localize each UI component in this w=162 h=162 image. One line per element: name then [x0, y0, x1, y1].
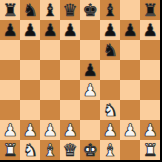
piece-white-pawn[interactable]: ♟ [82, 80, 97, 100]
piece-white-queen[interactable]: ♛ [62, 140, 77, 160]
square-c1[interactable]: ♝ [40, 140, 60, 160]
square-a3[interactable] [0, 100, 20, 120]
square-b3[interactable] [20, 100, 40, 120]
square-g4[interactable] [120, 80, 140, 100]
piece-white-bishop[interactable]: ♝ [102, 140, 117, 160]
square-a5[interactable] [0, 60, 20, 80]
square-b1[interactable]: ♞ [20, 140, 40, 160]
square-g7[interactable]: ♟ [120, 20, 140, 40]
square-b8[interactable]: ♞ [20, 0, 40, 20]
square-d8[interactable]: ♛ [60, 0, 80, 20]
square-b6[interactable] [20, 40, 40, 60]
square-b5[interactable] [20, 60, 40, 80]
piece-black-king[interactable]: ♚ [82, 0, 97, 20]
piece-black-pawn[interactable]: ♟ [102, 20, 117, 40]
piece-black-queen[interactable]: ♛ [62, 0, 77, 20]
piece-white-rook[interactable]: ♜ [142, 140, 157, 160]
piece-white-pawn[interactable]: ♟ [142, 120, 157, 140]
square-e8[interactable]: ♚ [80, 0, 100, 20]
square-c5[interactable] [40, 60, 60, 80]
square-h7[interactable]: ♟ [140, 20, 160, 40]
square-f2[interactable]: ♟ [100, 120, 120, 140]
piece-white-king[interactable]: ♚ [82, 140, 97, 160]
square-e3[interactable] [80, 100, 100, 120]
square-f3[interactable]: ♞ [100, 100, 120, 120]
square-d1[interactable]: ♛ [60, 140, 80, 160]
chess-board-container: ♜♞♝♛♚♝♜♟♟♟♟♟♟♟♞♟♟♞♟♟♟♟♟♟♟♜♞♝♛♚♝♜ [0, 0, 162, 162]
piece-black-bishop[interactable]: ♝ [42, 0, 57, 20]
square-h6[interactable] [140, 40, 160, 60]
piece-white-knight[interactable]: ♞ [22, 140, 37, 160]
square-f4[interactable] [100, 80, 120, 100]
chess-board: ♜♞♝♛♚♝♜♟♟♟♟♟♟♟♞♟♟♞♟♟♟♟♟♟♟♜♞♝♛♚♝♜ [0, 0, 162, 162]
piece-white-rook[interactable]: ♜ [2, 140, 17, 160]
square-a4[interactable] [0, 80, 20, 100]
square-c2[interactable]: ♟ [40, 120, 60, 140]
square-d5[interactable] [60, 60, 80, 80]
piece-black-pawn[interactable]: ♟ [42, 20, 57, 40]
square-c3[interactable] [40, 100, 60, 120]
piece-white-pawn[interactable]: ♟ [102, 120, 117, 140]
square-g1[interactable] [120, 140, 140, 160]
square-b4[interactable] [20, 80, 40, 100]
square-f1[interactable]: ♝ [100, 140, 120, 160]
square-a2[interactable]: ♟ [0, 120, 20, 140]
piece-black-knight[interactable]: ♞ [102, 40, 117, 60]
piece-black-pawn[interactable]: ♟ [22, 20, 37, 40]
square-d6[interactable] [60, 40, 80, 60]
square-a7[interactable]: ♟ [0, 20, 20, 40]
square-h8[interactable]: ♜ [140, 0, 160, 20]
square-g2[interactable]: ♟ [120, 120, 140, 140]
piece-black-rook[interactable]: ♜ [2, 0, 17, 20]
square-e7[interactable] [80, 20, 100, 40]
square-e5[interactable]: ♟ [80, 60, 100, 80]
square-b7[interactable]: ♟ [20, 20, 40, 40]
square-d2[interactable]: ♟ [60, 120, 80, 140]
piece-black-pawn[interactable]: ♟ [62, 20, 77, 40]
square-c6[interactable] [40, 40, 60, 60]
square-g6[interactable] [120, 40, 140, 60]
piece-white-pawn[interactable]: ♟ [122, 120, 137, 140]
square-d4[interactable] [60, 80, 80, 100]
square-h4[interactable] [140, 80, 160, 100]
square-g3[interactable] [120, 100, 140, 120]
square-a6[interactable] [0, 40, 20, 60]
square-e2[interactable] [80, 120, 100, 140]
piece-white-pawn[interactable]: ♟ [22, 120, 37, 140]
piece-white-pawn[interactable]: ♟ [42, 120, 57, 140]
square-c7[interactable]: ♟ [40, 20, 60, 40]
square-h5[interactable] [140, 60, 160, 80]
square-a8[interactable]: ♜ [0, 0, 20, 20]
piece-black-pawn[interactable]: ♟ [122, 20, 137, 40]
square-b2[interactable]: ♟ [20, 120, 40, 140]
piece-white-pawn[interactable]: ♟ [62, 120, 77, 140]
square-e6[interactable] [80, 40, 100, 60]
piece-black-bishop[interactable]: ♝ [102, 0, 117, 20]
square-e4[interactable]: ♟ [80, 80, 100, 100]
square-g5[interactable] [120, 60, 140, 80]
square-c4[interactable] [40, 80, 60, 100]
piece-white-pawn[interactable]: ♟ [2, 120, 17, 140]
square-f5[interactable] [100, 60, 120, 80]
piece-black-pawn[interactable]: ♟ [142, 20, 157, 40]
piece-black-pawn[interactable]: ♟ [2, 20, 17, 40]
square-h1[interactable]: ♜ [140, 140, 160, 160]
square-a1[interactable]: ♜ [0, 140, 20, 160]
square-h3[interactable] [140, 100, 160, 120]
square-d3[interactable] [60, 100, 80, 120]
square-f7[interactable]: ♟ [100, 20, 120, 40]
piece-white-bishop[interactable]: ♝ [42, 140, 57, 160]
square-g8[interactable] [120, 0, 140, 20]
square-h2[interactable]: ♟ [140, 120, 160, 140]
square-d7[interactable]: ♟ [60, 20, 80, 40]
piece-black-pawn[interactable]: ♟ [82, 60, 97, 80]
piece-white-knight[interactable]: ♞ [102, 100, 117, 120]
piece-black-rook[interactable]: ♜ [142, 0, 157, 20]
square-c8[interactable]: ♝ [40, 0, 60, 20]
square-f6[interactable]: ♞ [100, 40, 120, 60]
square-e1[interactable]: ♚ [80, 140, 100, 160]
piece-black-knight[interactable]: ♞ [22, 0, 37, 20]
square-f8[interactable]: ♝ [100, 0, 120, 20]
